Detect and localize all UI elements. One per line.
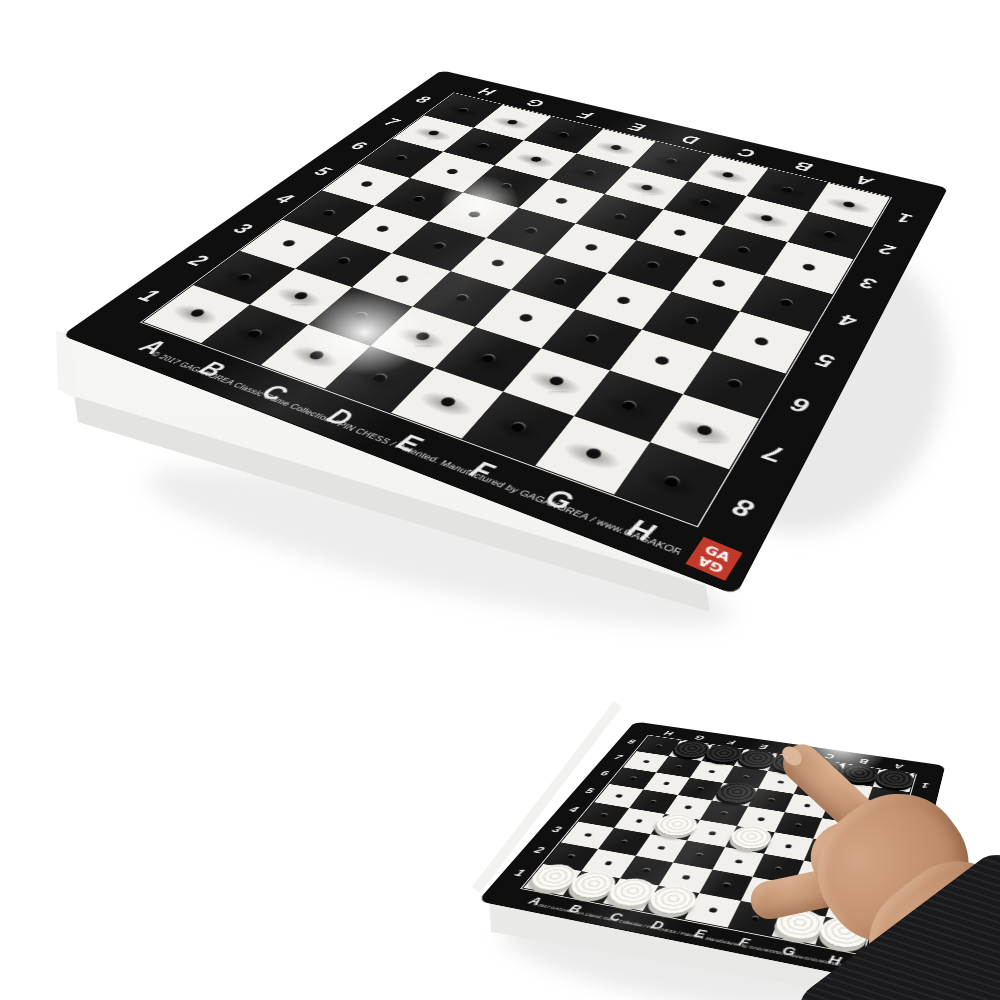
hand: [0, 0, 1000, 1000]
product-photo-canvas: HGFEDCBA8172635445362718ABCDEFGH © 2017 …: [0, 0, 1000, 1000]
